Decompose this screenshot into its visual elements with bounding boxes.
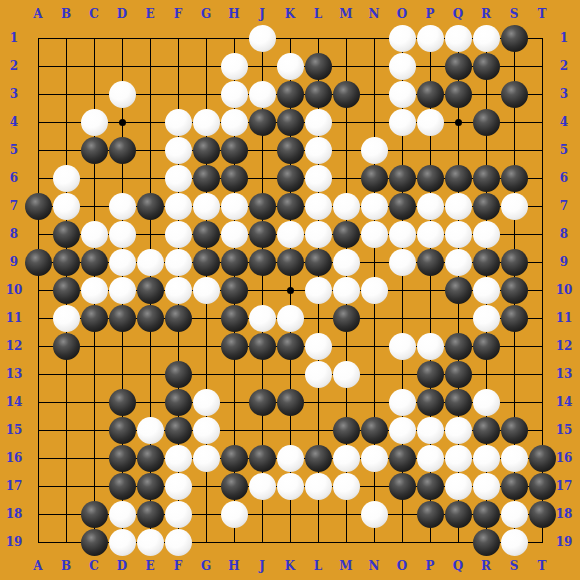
stone-white-Q17[interactable] (445, 473, 472, 500)
stone-black-Q10[interactable] (445, 277, 472, 304)
stone-black-B8[interactable] (53, 221, 80, 248)
stone-white-L12[interactable] (305, 333, 332, 360)
coord-label-top-P: P (421, 6, 439, 22)
coord-label-right-10: 10 (552, 282, 576, 298)
stone-black-O16[interactable] (389, 445, 416, 472)
stone-black-C9[interactable] (81, 249, 108, 276)
coord-label-top-M: M (337, 6, 355, 22)
stone-black-M8[interactable] (333, 221, 360, 248)
stone-white-N18[interactable] (361, 501, 388, 528)
stone-white-G4[interactable] (193, 109, 220, 136)
coord-label-bottom-Q: Q (449, 558, 467, 574)
stone-black-P3[interactable] (417, 81, 444, 108)
stone-black-J8[interactable] (249, 221, 276, 248)
coord-label-left-9: 9 (2, 254, 26, 270)
stone-black-P18[interactable] (417, 501, 444, 528)
stone-black-H10[interactable] (221, 277, 248, 304)
stone-black-E18[interactable] (137, 501, 164, 528)
stone-white-E19[interactable] (137, 529, 164, 556)
stone-white-S19[interactable] (501, 529, 528, 556)
coord-label-top-H: H (225, 6, 243, 22)
stone-black-D17[interactable] (109, 473, 136, 500)
stone-black-D11[interactable] (109, 305, 136, 332)
stone-black-S15[interactable] (501, 417, 528, 444)
stone-black-E11[interactable] (137, 305, 164, 332)
coord-label-top-C: C (85, 6, 103, 22)
stone-black-G6[interactable] (193, 165, 220, 192)
stone-white-O3[interactable] (389, 81, 416, 108)
stone-black-G9[interactable] (193, 249, 220, 276)
stone-white-G14[interactable] (193, 389, 220, 416)
coord-label-top-L: L (309, 6, 327, 22)
stone-black-K12[interactable] (277, 333, 304, 360)
stone-black-S1[interactable] (501, 25, 528, 52)
stone-white-L5[interactable] (305, 137, 332, 164)
stone-black-R7[interactable] (473, 193, 500, 220)
stone-black-L9[interactable] (305, 249, 332, 276)
stone-white-R16[interactable] (473, 445, 500, 472)
stone-white-D3[interactable] (109, 81, 136, 108)
coord-label-right-1: 1 (552, 30, 576, 46)
stone-white-P12[interactable] (417, 333, 444, 360)
stone-white-Q1[interactable] (445, 25, 472, 52)
stone-white-P16[interactable] (417, 445, 444, 472)
stone-white-F4[interactable] (165, 109, 192, 136)
coord-label-top-G: G (197, 6, 215, 22)
stone-white-N10[interactable] (361, 277, 388, 304)
stone-black-E16[interactable] (137, 445, 164, 472)
stone-white-D10[interactable] (109, 277, 136, 304)
coord-label-left-17: 17 (2, 478, 26, 494)
stone-black-L2[interactable] (305, 53, 332, 80)
stone-black-Q6[interactable] (445, 165, 472, 192)
stone-black-J16[interactable] (249, 445, 276, 472)
stone-black-J4[interactable] (249, 109, 276, 136)
stone-white-M7[interactable] (333, 193, 360, 220)
stone-white-H3[interactable] (221, 81, 248, 108)
coord-label-bottom-G: G (197, 558, 215, 574)
stone-white-L10[interactable] (305, 277, 332, 304)
stone-black-R2[interactable] (473, 53, 500, 80)
stone-black-S11[interactable] (501, 305, 528, 332)
stone-black-S17[interactable] (501, 473, 528, 500)
stone-black-H11[interactable] (221, 305, 248, 332)
coord-label-bottom-K: K (281, 558, 299, 574)
stone-black-R15[interactable] (473, 417, 500, 444)
stone-black-F13[interactable] (165, 361, 192, 388)
stone-white-M13[interactable] (333, 361, 360, 388)
coord-label-bottom-E: E (141, 558, 159, 574)
coord-label-right-17: 17 (552, 478, 576, 494)
coord-label-bottom-A: A (29, 558, 47, 574)
stone-white-K2[interactable] (277, 53, 304, 80)
stone-black-H6[interactable] (221, 165, 248, 192)
stone-black-G5[interactable] (193, 137, 220, 164)
stone-white-C10[interactable] (81, 277, 108, 304)
stone-black-C18[interactable] (81, 501, 108, 528)
stone-black-P9[interactable] (417, 249, 444, 276)
stone-white-J11[interactable] (249, 305, 276, 332)
coord-label-left-10: 10 (2, 282, 26, 298)
stone-white-L4[interactable] (305, 109, 332, 136)
stone-white-C4[interactable] (81, 109, 108, 136)
stone-black-E10[interactable] (137, 277, 164, 304)
coord-label-left-12: 12 (2, 338, 26, 354)
coord-label-right-15: 15 (552, 422, 576, 438)
stone-black-C11[interactable] (81, 305, 108, 332)
stone-white-N8[interactable] (361, 221, 388, 248)
stone-white-N7[interactable] (361, 193, 388, 220)
stone-black-K14[interactable] (277, 389, 304, 416)
coord-label-right-5: 5 (552, 142, 576, 158)
coord-label-top-B: B (57, 6, 75, 22)
coord-label-right-12: 12 (552, 338, 576, 354)
stone-white-D8[interactable] (109, 221, 136, 248)
stone-black-S3[interactable] (501, 81, 528, 108)
coord-label-top-T: T (533, 6, 551, 22)
stone-white-O15[interactable] (389, 417, 416, 444)
stone-white-J3[interactable] (249, 81, 276, 108)
stone-black-K3[interactable] (277, 81, 304, 108)
stone-black-E7[interactable] (137, 193, 164, 220)
stone-white-G10[interactable] (193, 277, 220, 304)
coord-label-top-J: J (253, 6, 271, 22)
coord-label-left-5: 5 (2, 142, 26, 158)
stone-white-F8[interactable] (165, 221, 192, 248)
stone-black-S10[interactable] (501, 277, 528, 304)
stone-black-H9[interactable] (221, 249, 248, 276)
coord-label-left-18: 18 (2, 506, 26, 522)
coord-label-right-19: 19 (552, 534, 576, 550)
coord-label-right-2: 2 (552, 58, 576, 74)
stone-black-G8[interactable] (193, 221, 220, 248)
stone-black-D16[interactable] (109, 445, 136, 472)
stone-black-N6[interactable] (361, 165, 388, 192)
coord-label-right-8: 8 (552, 226, 576, 242)
stone-black-S6[interactable] (501, 165, 528, 192)
coord-label-left-11: 11 (2, 310, 26, 326)
stone-black-H5[interactable] (221, 137, 248, 164)
stone-black-H17[interactable] (221, 473, 248, 500)
stone-white-M16[interactable] (333, 445, 360, 472)
stone-white-M17[interactable] (333, 473, 360, 500)
stone-white-H7[interactable] (221, 193, 248, 220)
stone-white-O8[interactable] (389, 221, 416, 248)
coord-label-bottom-N: N (365, 558, 383, 574)
coord-label-top-N: N (365, 6, 383, 22)
coord-label-top-D: D (113, 6, 131, 22)
stone-white-R17[interactable] (473, 473, 500, 500)
coord-label-top-R: R (477, 6, 495, 22)
coord-label-top-A: A (29, 6, 47, 22)
coord-label-left-13: 13 (2, 366, 26, 382)
stone-white-B11[interactable] (53, 305, 80, 332)
coord-label-bottom-C: C (85, 558, 103, 574)
stone-white-D19[interactable] (109, 529, 136, 556)
stone-white-J17[interactable] (249, 473, 276, 500)
coord-label-bottom-H: H (225, 558, 243, 574)
stone-black-Q13[interactable] (445, 361, 472, 388)
stone-white-E9[interactable] (137, 249, 164, 276)
stone-black-R19[interactable] (473, 529, 500, 556)
coord-label-top-K: K (281, 6, 299, 22)
coord-label-right-11: 11 (552, 310, 576, 326)
stone-white-L6[interactable] (305, 165, 332, 192)
coord-label-left-7: 7 (2, 198, 26, 214)
coord-label-left-4: 4 (2, 114, 26, 130)
coord-label-bottom-F: F (169, 558, 187, 574)
stone-white-Q15[interactable] (445, 417, 472, 444)
stone-white-B7[interactable] (53, 193, 80, 220)
stone-black-L3[interactable] (305, 81, 332, 108)
stone-black-Q12[interactable] (445, 333, 472, 360)
stone-black-O17[interactable] (389, 473, 416, 500)
stone-black-A7[interactable] (25, 193, 52, 220)
stone-white-E15[interactable] (137, 417, 164, 444)
stone-white-F16[interactable] (165, 445, 192, 472)
board-surface[interactable] (0, 0, 580, 580)
stone-black-C5[interactable] (81, 137, 108, 164)
stone-black-J14[interactable] (249, 389, 276, 416)
stone-black-Q14[interactable] (445, 389, 472, 416)
stone-black-F14[interactable] (165, 389, 192, 416)
stone-white-R14[interactable] (473, 389, 500, 416)
go-board: AA11BB22CC33DD44EE55FF66GG77HH88JJ99KK10… (0, 0, 580, 580)
stone-white-P7[interactable] (417, 193, 444, 220)
stone-black-O6[interactable] (389, 165, 416, 192)
stone-white-F6[interactable] (165, 165, 192, 192)
coord-label-right-6: 6 (552, 170, 576, 186)
stone-white-M10[interactable] (333, 277, 360, 304)
stone-white-F7[interactable] (165, 193, 192, 220)
stone-black-E17[interactable] (137, 473, 164, 500)
coord-label-right-3: 3 (552, 86, 576, 102)
coord-label-top-E: E (141, 6, 159, 22)
stone-black-J9[interactable] (249, 249, 276, 276)
stone-white-F18[interactable] (165, 501, 192, 528)
coord-label-right-16: 16 (552, 450, 576, 466)
stone-white-K17[interactable] (277, 473, 304, 500)
stone-black-J12[interactable] (249, 333, 276, 360)
stone-black-J7[interactable] (249, 193, 276, 220)
stone-black-Q2[interactable] (445, 53, 472, 80)
star-point-D4 (119, 119, 126, 126)
stone-black-H16[interactable] (221, 445, 248, 472)
coord-label-left-8: 8 (2, 226, 26, 242)
stone-white-H8[interactable] (221, 221, 248, 248)
stone-black-B10[interactable] (53, 277, 80, 304)
stone-white-S7[interactable] (501, 193, 528, 220)
stone-black-K9[interactable] (277, 249, 304, 276)
stone-white-O14[interactable] (389, 389, 416, 416)
coord-label-bottom-J: J (253, 558, 271, 574)
coord-label-top-F: F (169, 6, 187, 22)
stone-white-H18[interactable] (221, 501, 248, 528)
coord-label-left-3: 3 (2, 86, 26, 102)
stone-black-O7[interactable] (389, 193, 416, 220)
stone-black-M11[interactable] (333, 305, 360, 332)
coord-label-left-15: 15 (2, 422, 26, 438)
stone-black-P6[interactable] (417, 165, 444, 192)
coord-label-bottom-R: R (477, 558, 495, 574)
stone-black-R18[interactable] (473, 501, 500, 528)
stone-white-D18[interactable] (109, 501, 136, 528)
coord-label-bottom-T: T (533, 558, 551, 574)
stone-white-D9[interactable] (109, 249, 136, 276)
stone-white-R11[interactable] (473, 305, 500, 332)
coord-label-bottom-D: D (113, 558, 131, 574)
stone-white-Q8[interactable] (445, 221, 472, 248)
stone-black-K4[interactable] (277, 109, 304, 136)
stone-black-D5[interactable] (109, 137, 136, 164)
stone-white-L7[interactable] (305, 193, 332, 220)
stone-white-D7[interactable] (109, 193, 136, 220)
stone-white-C8[interactable] (81, 221, 108, 248)
coord-label-bottom-M: M (337, 558, 355, 574)
coord-label-left-6: 6 (2, 170, 26, 186)
stone-white-O4[interactable] (389, 109, 416, 136)
stone-white-Q9[interactable] (445, 249, 472, 276)
stone-black-B9[interactable] (53, 249, 80, 276)
stone-white-Q7[interactable] (445, 193, 472, 220)
stone-white-K16[interactable] (277, 445, 304, 472)
stone-white-H4[interactable] (221, 109, 248, 136)
stone-white-N16[interactable] (361, 445, 388, 472)
stone-white-F10[interactable] (165, 277, 192, 304)
stone-white-R1[interactable] (473, 25, 500, 52)
stone-black-P17[interactable] (417, 473, 444, 500)
stone-black-B12[interactable] (53, 333, 80, 360)
stone-white-P1[interactable] (417, 25, 444, 52)
stone-black-M15[interactable] (333, 417, 360, 444)
stone-white-L13[interactable] (305, 361, 332, 388)
coord-label-top-Q: Q (449, 6, 467, 22)
stone-black-P13[interactable] (417, 361, 444, 388)
coord-label-right-18: 18 (552, 506, 576, 522)
stone-black-Q18[interactable] (445, 501, 472, 528)
stone-black-Q3[interactable] (445, 81, 472, 108)
stone-black-K7[interactable] (277, 193, 304, 220)
coord-label-left-2: 2 (2, 58, 26, 74)
stone-black-A9[interactable] (25, 249, 52, 276)
coord-label-right-4: 4 (552, 114, 576, 130)
star-point-Q4 (455, 119, 462, 126)
coord-label-right-13: 13 (552, 366, 576, 382)
stone-black-S9[interactable] (501, 249, 528, 276)
coord-label-bottom-L: L (309, 558, 327, 574)
stone-white-F17[interactable] (165, 473, 192, 500)
stone-white-G15[interactable] (193, 417, 220, 444)
stone-black-R12[interactable] (473, 333, 500, 360)
stone-black-H12[interactable] (221, 333, 248, 360)
stone-black-D15[interactable] (109, 417, 136, 444)
coord-label-bottom-O: O (393, 558, 411, 574)
stone-white-R10[interactable] (473, 277, 500, 304)
stone-white-S18[interactable] (501, 501, 528, 528)
coord-label-left-19: 19 (2, 534, 26, 550)
coord-label-top-O: O (393, 6, 411, 22)
stone-white-L8[interactable] (305, 221, 332, 248)
stone-white-F9[interactable] (165, 249, 192, 276)
stone-white-K8[interactable] (277, 221, 304, 248)
stone-black-P14[interactable] (417, 389, 444, 416)
stone-white-L17[interactable] (305, 473, 332, 500)
stone-white-O2[interactable] (389, 53, 416, 80)
stone-white-J1[interactable] (249, 25, 276, 52)
stone-black-K5[interactable] (277, 137, 304, 164)
stone-white-K11[interactable] (277, 305, 304, 332)
stone-white-B6[interactable] (53, 165, 80, 192)
star-point-K10 (287, 287, 294, 294)
stone-white-R8[interactable] (473, 221, 500, 248)
stone-white-F19[interactable] (165, 529, 192, 556)
stone-white-O12[interactable] (389, 333, 416, 360)
stone-black-R9[interactable] (473, 249, 500, 276)
stone-black-R6[interactable] (473, 165, 500, 192)
stone-white-N5[interactable] (361, 137, 388, 164)
coord-label-right-14: 14 (552, 394, 576, 410)
stone-white-P4[interactable] (417, 109, 444, 136)
coord-label-left-16: 16 (2, 450, 26, 466)
stone-black-D14[interactable] (109, 389, 136, 416)
stone-white-G7[interactable] (193, 193, 220, 220)
coord-label-left-14: 14 (2, 394, 26, 410)
stone-black-F15[interactable] (165, 417, 192, 444)
stone-black-N15[interactable] (361, 417, 388, 444)
stone-black-F11[interactable] (165, 305, 192, 332)
stone-white-O1[interactable] (389, 25, 416, 52)
coord-label-left-1: 1 (2, 30, 26, 46)
coord-label-bottom-B: B (57, 558, 75, 574)
stone-white-P15[interactable] (417, 417, 444, 444)
stone-white-G16[interactable] (193, 445, 220, 472)
stone-white-S16[interactable] (501, 445, 528, 472)
stone-black-R4[interactable] (473, 109, 500, 136)
stone-white-Q16[interactable] (445, 445, 472, 472)
coord-label-top-S: S (505, 6, 523, 22)
stone-white-H2[interactable] (221, 53, 248, 80)
stone-white-F5[interactable] (165, 137, 192, 164)
stone-white-M9[interactable] (333, 249, 360, 276)
stone-white-P8[interactable] (417, 221, 444, 248)
stone-black-K6[interactable] (277, 165, 304, 192)
stone-white-O9[interactable] (389, 249, 416, 276)
stone-black-C19[interactable] (81, 529, 108, 556)
coord-label-right-9: 9 (552, 254, 576, 270)
coord-label-right-7: 7 (552, 198, 576, 214)
coord-label-bottom-S: S (505, 558, 523, 574)
coord-label-bottom-P: P (421, 558, 439, 574)
stone-black-M3[interactable] (333, 81, 360, 108)
stone-black-L16[interactable] (305, 445, 332, 472)
